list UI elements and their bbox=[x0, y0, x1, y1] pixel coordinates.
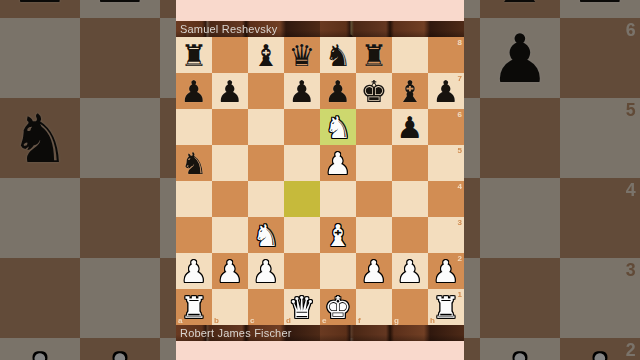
square-f6[interactable] bbox=[356, 109, 392, 145]
square-c2[interactable]: ♟ bbox=[248, 253, 284, 289]
white-rook[interactable]: ♜ bbox=[176, 289, 212, 325]
square-b3 bbox=[80, 258, 160, 338]
square-e5[interactable]: ♟ bbox=[320, 145, 356, 181]
black-bishop: ♝ bbox=[480, 0, 560, 18]
white-pawn[interactable]: ♟ bbox=[212, 253, 248, 289]
white-pawn: ♟ bbox=[480, 338, 560, 360]
white-pawn[interactable]: ♟ bbox=[248, 253, 284, 289]
rank-label-8: 8 bbox=[458, 38, 462, 47]
square-g2[interactable]: ♟ bbox=[392, 253, 428, 289]
square-b6 bbox=[80, 18, 160, 98]
video-frame: ♜♝♛♞♜8♟♟♟♟♚♝7♟♞♟6♞♟54♞♝3♟♟♟♟♟2♟a♜bcd♛e♚f… bbox=[0, 0, 640, 360]
square-g5 bbox=[480, 98, 560, 178]
white-knight[interactable]: ♞ bbox=[320, 109, 356, 145]
square-h6: 6 bbox=[560, 18, 640, 98]
square-c5[interactable] bbox=[248, 145, 284, 181]
square-f5[interactable] bbox=[356, 145, 392, 181]
square-g7: ♝ bbox=[480, 0, 560, 18]
rank-label-4: 4 bbox=[626, 180, 636, 200]
square-h5[interactable]: 5 bbox=[428, 145, 464, 181]
square-h3[interactable]: 3 bbox=[428, 217, 464, 253]
square-f4[interactable] bbox=[356, 181, 392, 217]
square-a4 bbox=[0, 178, 80, 258]
rank-label-6: 6 bbox=[626, 20, 636, 40]
square-h2: 2♟ bbox=[560, 338, 640, 360]
square-c7[interactable] bbox=[248, 73, 284, 109]
white-pawn: ♟ bbox=[80, 338, 160, 360]
square-b4[interactable] bbox=[212, 181, 248, 217]
square-h8[interactable]: 8 bbox=[428, 37, 464, 73]
square-f1[interactable]: f bbox=[356, 289, 392, 325]
square-a4[interactable] bbox=[176, 181, 212, 217]
white-queen[interactable]: ♛ bbox=[284, 289, 320, 325]
black-pawn[interactable]: ♟ bbox=[212, 73, 248, 109]
square-g7[interactable]: ♝ bbox=[392, 73, 428, 109]
square-d2[interactable] bbox=[284, 253, 320, 289]
square-b5[interactable] bbox=[212, 145, 248, 181]
black-pawn: ♟ bbox=[560, 0, 640, 18]
square-h4[interactable]: 4 bbox=[428, 181, 464, 217]
square-d3[interactable] bbox=[284, 217, 320, 253]
square-h3: 3 bbox=[560, 258, 640, 338]
file-label-g: g bbox=[394, 316, 399, 325]
square-a3 bbox=[0, 258, 80, 338]
black-knight[interactable]: ♞ bbox=[320, 37, 356, 73]
rank-label-4: 4 bbox=[458, 182, 462, 191]
square-g6: ♟ bbox=[480, 18, 560, 98]
white-pawn[interactable]: ♟ bbox=[176, 253, 212, 289]
square-b5 bbox=[80, 98, 160, 178]
square-c1[interactable]: c bbox=[248, 289, 284, 325]
file-label-b: b bbox=[214, 316, 219, 325]
square-h2[interactable]: 2♟ bbox=[428, 253, 464, 289]
square-f3[interactable] bbox=[356, 217, 392, 253]
white-king[interactable]: ♚ bbox=[320, 289, 356, 325]
black-pawn[interactable]: ♟ bbox=[284, 73, 320, 109]
file-label-c: c bbox=[250, 316, 254, 325]
square-g2: ♟ bbox=[480, 338, 560, 360]
black-knight[interactable]: ♞ bbox=[176, 145, 212, 181]
square-f8[interactable]: ♜ bbox=[356, 37, 392, 73]
square-e1[interactable]: e♚ bbox=[320, 289, 356, 325]
square-b2: ♟ bbox=[80, 338, 160, 360]
square-a7: ♟ bbox=[0, 0, 80, 18]
black-pawn[interactable]: ♟ bbox=[392, 109, 428, 145]
square-g5[interactable] bbox=[392, 145, 428, 181]
square-a6 bbox=[0, 18, 80, 98]
square-a3[interactable] bbox=[176, 217, 212, 253]
black-bishop[interactable]: ♝ bbox=[248, 37, 284, 73]
white-pawn[interactable]: ♟ bbox=[428, 253, 464, 289]
square-g1[interactable]: g bbox=[392, 289, 428, 325]
black-pawn: ♟ bbox=[480, 18, 560, 98]
square-b8[interactable] bbox=[212, 37, 248, 73]
black-queen[interactable]: ♛ bbox=[284, 37, 320, 73]
square-a6[interactable] bbox=[176, 109, 212, 145]
square-f2[interactable]: ♟ bbox=[356, 253, 392, 289]
black-pawn: ♟ bbox=[0, 0, 80, 18]
square-b1[interactable]: b bbox=[212, 289, 248, 325]
player-bar-bottom: Robert James Fischer bbox=[176, 325, 464, 341]
rank-label-3: 3 bbox=[626, 260, 636, 280]
square-b7[interactable]: ♟ bbox=[212, 73, 248, 109]
square-a7[interactable]: ♟ bbox=[176, 73, 212, 109]
square-h7[interactable]: 7♟ bbox=[428, 73, 464, 109]
square-c4[interactable] bbox=[248, 181, 284, 217]
square-g4[interactable] bbox=[392, 181, 428, 217]
white-rook[interactable]: ♜ bbox=[428, 289, 464, 325]
square-e4[interactable] bbox=[320, 181, 356, 217]
white-bishop[interactable]: ♝ bbox=[320, 217, 356, 253]
black-pawn[interactable]: ♟ bbox=[428, 73, 464, 109]
content-column: Samuel Reshevsky ♜♝♛♞♜8♟♟♟♟♚♝7♟♞♟6♞♟54♞♝… bbox=[176, 0, 464, 360]
square-d7[interactable]: ♟ bbox=[284, 73, 320, 109]
square-d4[interactable] bbox=[284, 181, 320, 217]
rank-label-5: 5 bbox=[458, 146, 462, 155]
white-pawn[interactable]: ♟ bbox=[320, 145, 356, 181]
player-name-black: Samuel Reshevsky bbox=[176, 21, 277, 37]
square-e8[interactable]: ♞ bbox=[320, 37, 356, 73]
black-pawn: ♟ bbox=[80, 0, 160, 18]
black-rook[interactable]: ♜ bbox=[356, 37, 392, 73]
square-a2[interactable]: ♟ bbox=[176, 253, 212, 289]
square-h5: 5 bbox=[560, 98, 640, 178]
square-e6[interactable]: ♞ bbox=[320, 109, 356, 145]
square-g6[interactable]: ♟ bbox=[392, 109, 428, 145]
square-a2: ♟ bbox=[0, 338, 80, 360]
file-label-f: f bbox=[358, 316, 361, 325]
white-pawn[interactable]: ♟ bbox=[356, 253, 392, 289]
black-rook[interactable]: ♜ bbox=[176, 37, 212, 73]
square-c6[interactable] bbox=[248, 109, 284, 145]
rank-label-5: 5 bbox=[626, 100, 636, 120]
square-g3[interactable] bbox=[392, 217, 428, 253]
white-pawn: ♟ bbox=[560, 338, 640, 360]
top-margin bbox=[176, 0, 464, 21]
square-b3[interactable] bbox=[212, 217, 248, 253]
square-f7[interactable]: ♚ bbox=[356, 73, 392, 109]
square-h7: 7♟ bbox=[560, 0, 640, 18]
square-g8[interactable] bbox=[392, 37, 428, 73]
white-pawn: ♟ bbox=[0, 338, 80, 360]
square-c3[interactable]: ♞ bbox=[248, 217, 284, 253]
player-name-white: Robert James Fischer bbox=[176, 325, 292, 341]
square-d5[interactable] bbox=[284, 145, 320, 181]
square-d8[interactable]: ♛ bbox=[284, 37, 320, 73]
black-pawn[interactable]: ♟ bbox=[176, 73, 212, 109]
chess-board: ♜♝♛♞♜8♟♟♟♟♚♝7♟♞♟6♞♟54♞♝3♟♟♟♟♟2♟a♜bcd♛e♚f… bbox=[176, 37, 464, 325]
black-pawn[interactable]: ♟ bbox=[320, 73, 356, 109]
square-b7: ♟ bbox=[80, 0, 160, 18]
square-h1[interactable]: 1h♜ bbox=[428, 289, 464, 325]
square-g3 bbox=[480, 258, 560, 338]
square-a5: ♞ bbox=[0, 98, 80, 178]
black-king[interactable]: ♚ bbox=[356, 73, 392, 109]
square-a5[interactable]: ♞ bbox=[176, 145, 212, 181]
square-e2[interactable] bbox=[320, 253, 356, 289]
bottom-margin bbox=[176, 341, 464, 360]
square-c8[interactable]: ♝ bbox=[248, 37, 284, 73]
square-e3[interactable]: ♝ bbox=[320, 217, 356, 253]
square-d1[interactable]: d♛ bbox=[284, 289, 320, 325]
black-bishop[interactable]: ♝ bbox=[392, 73, 428, 109]
square-h6[interactable]: 6 bbox=[428, 109, 464, 145]
square-b6[interactable] bbox=[212, 109, 248, 145]
rank-label-3: 3 bbox=[458, 218, 462, 227]
square-g4 bbox=[480, 178, 560, 258]
square-d6[interactable] bbox=[284, 109, 320, 145]
square-b4 bbox=[80, 178, 160, 258]
black-knight: ♞ bbox=[0, 98, 80, 178]
white-knight[interactable]: ♞ bbox=[248, 217, 284, 253]
square-b2[interactable]: ♟ bbox=[212, 253, 248, 289]
square-a1[interactable]: a♜ bbox=[176, 289, 212, 325]
player-bar-top: Samuel Reshevsky bbox=[176, 21, 464, 37]
white-pawn[interactable]: ♟ bbox=[392, 253, 428, 289]
square-a8[interactable]: ♜ bbox=[176, 37, 212, 73]
square-e7[interactable]: ♟ bbox=[320, 73, 356, 109]
rank-label-6: 6 bbox=[458, 110, 462, 119]
square-h4: 4 bbox=[560, 178, 640, 258]
